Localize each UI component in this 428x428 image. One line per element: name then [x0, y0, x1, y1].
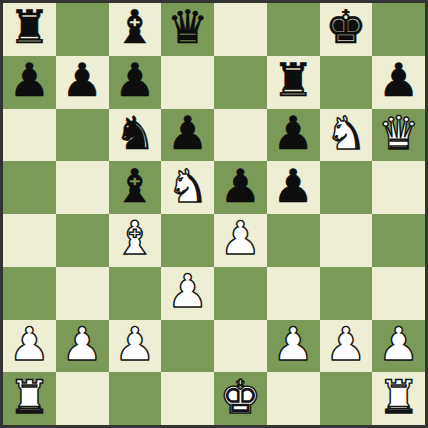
- square-b5[interactable]: [56, 161, 109, 214]
- square-b8[interactable]: [56, 3, 109, 56]
- white-queen[interactable]: ♛: [378, 110, 419, 156]
- square-g8[interactable]: ♚: [320, 3, 373, 56]
- black-pawn[interactable]: ♟: [62, 57, 103, 103]
- white-knight[interactable]: ♞: [325, 110, 366, 156]
- square-c3[interactable]: [109, 267, 162, 320]
- square-g2[interactable]: ♟: [320, 320, 373, 373]
- black-knight[interactable]: ♞: [114, 110, 155, 156]
- square-a2[interactable]: ♟: [3, 320, 56, 373]
- square-g3[interactable]: [320, 267, 373, 320]
- square-b4[interactable]: [56, 214, 109, 267]
- black-pawn[interactable]: ♟: [220, 163, 261, 209]
- black-pawn[interactable]: ♟: [273, 110, 314, 156]
- chess-board: ♜♝♛♚♟♟♟♜♟♞♟♟♞♛♝♞♟♟♝♟♟♟♟♟♟♟♟♜♚♜: [3, 3, 425, 425]
- chess-board-frame: ♜♝♛♚♟♟♟♜♟♞♟♟♞♛♝♞♟♟♝♟♟♟♟♟♟♟♟♜♚♜: [0, 0, 428, 428]
- square-a7[interactable]: ♟: [3, 56, 56, 109]
- black-pawn[interactable]: ♟: [273, 163, 314, 209]
- white-pawn[interactable]: ♟: [325, 321, 366, 367]
- square-f2[interactable]: ♟: [267, 320, 320, 373]
- square-d4[interactable]: [161, 214, 214, 267]
- square-a5[interactable]: [3, 161, 56, 214]
- square-h2[interactable]: ♟: [372, 320, 425, 373]
- white-pawn[interactable]: ♟: [167, 268, 208, 314]
- white-pawn[interactable]: ♟: [220, 215, 261, 261]
- square-h6[interactable]: ♛: [372, 109, 425, 162]
- square-d2[interactable]: [161, 320, 214, 373]
- square-g5[interactable]: [320, 161, 373, 214]
- square-h8[interactable]: [372, 3, 425, 56]
- square-e2[interactable]: [214, 320, 267, 373]
- square-a3[interactable]: [3, 267, 56, 320]
- square-c4[interactable]: ♝: [109, 214, 162, 267]
- square-f8[interactable]: [267, 3, 320, 56]
- black-pawn[interactable]: ♟: [114, 57, 155, 103]
- square-e1[interactable]: ♚: [214, 372, 267, 425]
- square-f4[interactable]: [267, 214, 320, 267]
- square-c2[interactable]: ♟: [109, 320, 162, 373]
- square-f1[interactable]: [267, 372, 320, 425]
- square-d1[interactable]: [161, 372, 214, 425]
- white-rook[interactable]: ♜: [378, 374, 419, 420]
- square-d7[interactable]: [161, 56, 214, 109]
- square-b2[interactable]: ♟: [56, 320, 109, 373]
- square-e8[interactable]: [214, 3, 267, 56]
- square-f5[interactable]: ♟: [267, 161, 320, 214]
- square-b6[interactable]: [56, 109, 109, 162]
- square-f7[interactable]: ♜: [267, 56, 320, 109]
- black-king[interactable]: ♚: [325, 4, 366, 50]
- square-h1[interactable]: ♜: [372, 372, 425, 425]
- white-pawn[interactable]: ♟: [114, 321, 155, 367]
- black-pawn[interactable]: ♟: [9, 57, 50, 103]
- white-rook[interactable]: ♜: [9, 374, 50, 420]
- square-h3[interactable]: [372, 267, 425, 320]
- square-h7[interactable]: ♟: [372, 56, 425, 109]
- square-b7[interactable]: ♟: [56, 56, 109, 109]
- square-a1[interactable]: ♜: [3, 372, 56, 425]
- square-g6[interactable]: ♞: [320, 109, 373, 162]
- square-a4[interactable]: [3, 214, 56, 267]
- square-c7[interactable]: ♟: [109, 56, 162, 109]
- square-c8[interactable]: ♝: [109, 3, 162, 56]
- black-bishop[interactable]: ♝: [114, 163, 155, 209]
- square-d6[interactable]: ♟: [161, 109, 214, 162]
- black-pawn[interactable]: ♟: [378, 57, 419, 103]
- square-e7[interactable]: [214, 56, 267, 109]
- white-bishop[interactable]: ♝: [114, 215, 155, 261]
- black-rook[interactable]: ♜: [9, 4, 50, 50]
- square-f3[interactable]: [267, 267, 320, 320]
- square-d3[interactable]: ♟: [161, 267, 214, 320]
- white-pawn[interactable]: ♟: [273, 321, 314, 367]
- square-b1[interactable]: [56, 372, 109, 425]
- square-b3[interactable]: [56, 267, 109, 320]
- square-h4[interactable]: [372, 214, 425, 267]
- square-c6[interactable]: ♞: [109, 109, 162, 162]
- white-pawn[interactable]: ♟: [378, 321, 419, 367]
- square-e3[interactable]: [214, 267, 267, 320]
- square-d5[interactable]: ♞: [161, 161, 214, 214]
- square-d8[interactable]: ♛: [161, 3, 214, 56]
- square-g1[interactable]: [320, 372, 373, 425]
- square-h5[interactable]: [372, 161, 425, 214]
- square-g4[interactable]: [320, 214, 373, 267]
- square-a8[interactable]: ♜: [3, 3, 56, 56]
- white-king[interactable]: ♚: [220, 374, 261, 420]
- square-e5[interactable]: ♟: [214, 161, 267, 214]
- white-knight[interactable]: ♞: [167, 163, 208, 209]
- black-pawn[interactable]: ♟: [167, 110, 208, 156]
- black-rook[interactable]: ♜: [273, 57, 314, 103]
- square-f6[interactable]: ♟: [267, 109, 320, 162]
- white-pawn[interactable]: ♟: [9, 321, 50, 367]
- black-queen[interactable]: ♛: [167, 4, 208, 50]
- square-c1[interactable]: [109, 372, 162, 425]
- square-e4[interactable]: ♟: [214, 214, 267, 267]
- black-bishop[interactable]: ♝: [114, 4, 155, 50]
- square-c5[interactable]: ♝: [109, 161, 162, 214]
- white-pawn[interactable]: ♟: [62, 321, 103, 367]
- square-g7[interactable]: [320, 56, 373, 109]
- square-a6[interactable]: [3, 109, 56, 162]
- square-e6[interactable]: [214, 109, 267, 162]
